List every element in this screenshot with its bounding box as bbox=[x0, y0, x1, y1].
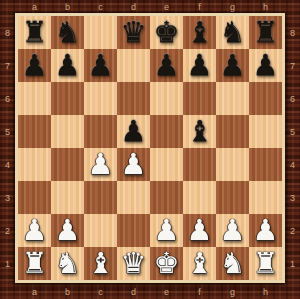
coord-rank-right-4: 4 bbox=[285, 148, 300, 181]
square-d1[interactable]: ♛ bbox=[117, 247, 150, 280]
coord-rank-right-7: 7 bbox=[285, 49, 300, 82]
rank-labels-left: 87654321 bbox=[0, 16, 15, 280]
coord-file-top-d: d bbox=[117, 0, 150, 13]
square-g6[interactable] bbox=[216, 82, 249, 115]
coord-rank-left-8: 8 bbox=[0, 16, 15, 49]
square-d3[interactable] bbox=[117, 181, 150, 214]
white-rook-h1[interactable]: ♜ bbox=[249, 247, 282, 280]
white-bishop-c1[interactable]: ♝ bbox=[84, 247, 117, 280]
chess-board: ♜♞♛♚♝♞♜♟♟♟♟♟♟♟♟♝♟♟♟♟♟♟♟♟♜♞♝♛♚♝♞♜ bbox=[18, 16, 282, 280]
square-f4[interactable] bbox=[183, 148, 216, 181]
square-e1[interactable]: ♚ bbox=[150, 247, 183, 280]
board-border: ♜♞♛♚♝♞♜♟♟♟♟♟♟♟♟♝♟♟♟♟♟♟♟♟♜♞♝♛♚♝♞♜ bbox=[15, 13, 285, 283]
black-bishop-f5[interactable]: ♝ bbox=[183, 115, 216, 148]
coord-rank-right-1: 1 bbox=[285, 247, 300, 280]
black-queen-d8[interactable]: ♛ bbox=[117, 16, 150, 49]
square-e8[interactable]: ♚ bbox=[150, 16, 183, 49]
square-c7[interactable]: ♟ bbox=[84, 49, 117, 82]
square-b6[interactable] bbox=[51, 82, 84, 115]
square-g8[interactable]: ♞ bbox=[216, 16, 249, 49]
black-pawn-c7[interactable]: ♟ bbox=[84, 49, 117, 82]
coord-file-top-f: f bbox=[183, 0, 216, 13]
square-f6[interactable] bbox=[183, 82, 216, 115]
black-knight-b8[interactable]: ♞ bbox=[51, 16, 84, 49]
square-b4[interactable] bbox=[51, 148, 84, 181]
square-a3[interactable] bbox=[18, 181, 51, 214]
rank-labels-right: 87654321 bbox=[285, 16, 300, 280]
square-g2[interactable]: ♟ bbox=[216, 214, 249, 247]
square-f1[interactable]: ♝ bbox=[183, 247, 216, 280]
square-e5[interactable] bbox=[150, 115, 183, 148]
square-d8[interactable]: ♛ bbox=[117, 16, 150, 49]
black-pawn-h7[interactable]: ♟ bbox=[249, 49, 282, 82]
white-queen-d1[interactable]: ♛ bbox=[117, 247, 150, 280]
square-e4[interactable] bbox=[150, 148, 183, 181]
square-a8[interactable]: ♜ bbox=[18, 16, 51, 49]
coord-file-bottom-f: f bbox=[183, 284, 216, 299]
white-bishop-f1[interactable]: ♝ bbox=[183, 247, 216, 280]
coord-file-bottom-b: b bbox=[51, 284, 84, 299]
black-king-e8[interactable]: ♚ bbox=[150, 16, 183, 49]
black-rook-a8[interactable]: ♜ bbox=[18, 16, 51, 49]
square-a2[interactable]: ♟ bbox=[18, 214, 51, 247]
white-knight-b1[interactable]: ♞ bbox=[51, 247, 84, 280]
white-pawn-a2[interactable]: ♟ bbox=[18, 214, 51, 247]
square-g5[interactable] bbox=[216, 115, 249, 148]
white-pawn-b2[interactable]: ♟ bbox=[51, 214, 84, 247]
square-g4[interactable] bbox=[216, 148, 249, 181]
square-c8[interactable] bbox=[84, 16, 117, 49]
coord-rank-right-3: 3 bbox=[285, 181, 300, 214]
coord-rank-left-6: 6 bbox=[0, 82, 15, 115]
square-c2[interactable] bbox=[84, 214, 117, 247]
square-h6[interactable] bbox=[249, 82, 282, 115]
square-a7[interactable]: ♟ bbox=[18, 49, 51, 82]
square-b2[interactable]: ♟ bbox=[51, 214, 84, 247]
square-f7[interactable]: ♟ bbox=[183, 49, 216, 82]
square-g1[interactable]: ♞ bbox=[216, 247, 249, 280]
square-e6[interactable] bbox=[150, 82, 183, 115]
square-c4[interactable]: ♟ bbox=[84, 148, 117, 181]
square-h7[interactable]: ♟ bbox=[249, 49, 282, 82]
square-g7[interactable]: ♟ bbox=[216, 49, 249, 82]
white-pawn-c4[interactable]: ♟ bbox=[84, 148, 117, 181]
coord-file-top-b: b bbox=[51, 0, 84, 13]
black-pawn-g7[interactable]: ♟ bbox=[216, 49, 249, 82]
file-labels-top: abcdefgh bbox=[18, 0, 282, 13]
board-frame: abcdefgh abcdefgh 87654321 87654321 ♜♞♛♚… bbox=[0, 0, 300, 299]
black-pawn-a7[interactable]: ♟ bbox=[18, 49, 51, 82]
square-d5[interactable]: ♟ bbox=[117, 115, 150, 148]
coord-file-top-g: g bbox=[216, 0, 249, 13]
square-d7[interactable] bbox=[117, 49, 150, 82]
square-c6[interactable] bbox=[84, 82, 117, 115]
square-e7[interactable]: ♟ bbox=[150, 49, 183, 82]
square-f5[interactable]: ♝ bbox=[183, 115, 216, 148]
square-f8[interactable]: ♝ bbox=[183, 16, 216, 49]
square-f3[interactable] bbox=[183, 181, 216, 214]
black-pawn-d5[interactable]: ♟ bbox=[117, 115, 150, 148]
white-pawn-f2[interactable]: ♟ bbox=[183, 214, 216, 247]
square-d4[interactable]: ♟ bbox=[117, 148, 150, 181]
coord-file-bottom-h: h bbox=[249, 284, 282, 299]
square-h8[interactable]: ♜ bbox=[249, 16, 282, 49]
square-c5[interactable] bbox=[84, 115, 117, 148]
black-pawn-e7[interactable]: ♟ bbox=[150, 49, 183, 82]
square-a6[interactable] bbox=[18, 82, 51, 115]
square-a5[interactable] bbox=[18, 115, 51, 148]
square-a4[interactable] bbox=[18, 148, 51, 181]
coord-file-bottom-a: a bbox=[18, 284, 51, 299]
coord-rank-left-1: 1 bbox=[0, 247, 15, 280]
square-h4[interactable] bbox=[249, 148, 282, 181]
square-h5[interactable] bbox=[249, 115, 282, 148]
white-knight-g1[interactable]: ♞ bbox=[216, 247, 249, 280]
black-bishop-f8[interactable]: ♝ bbox=[183, 16, 216, 49]
square-d6[interactable] bbox=[117, 82, 150, 115]
coord-rank-left-3: 3 bbox=[0, 181, 15, 214]
square-e3[interactable] bbox=[150, 181, 183, 214]
square-c3[interactable] bbox=[84, 181, 117, 214]
square-a1[interactable]: ♜ bbox=[18, 247, 51, 280]
square-c1[interactable]: ♝ bbox=[84, 247, 117, 280]
coord-file-bottom-d: d bbox=[117, 284, 150, 299]
square-g3[interactable] bbox=[216, 181, 249, 214]
square-d2[interactable] bbox=[117, 214, 150, 247]
square-b8[interactable]: ♞ bbox=[51, 16, 84, 49]
coord-rank-right-8: 8 bbox=[285, 16, 300, 49]
square-h1[interactable]: ♜ bbox=[249, 247, 282, 280]
square-b3[interactable] bbox=[51, 181, 84, 214]
coord-file-top-h: h bbox=[249, 0, 282, 13]
coord-rank-left-2: 2 bbox=[0, 214, 15, 247]
square-b7[interactable]: ♟ bbox=[51, 49, 84, 82]
coord-rank-right-5: 5 bbox=[285, 115, 300, 148]
coord-file-top-a: a bbox=[18, 0, 51, 13]
square-f2[interactable]: ♟ bbox=[183, 214, 216, 247]
coord-rank-left-5: 5 bbox=[0, 115, 15, 148]
square-h3[interactable] bbox=[249, 181, 282, 214]
square-h2[interactable]: ♟ bbox=[249, 214, 282, 247]
coord-file-top-e: e bbox=[150, 0, 183, 13]
white-pawn-d4[interactable]: ♟ bbox=[117, 148, 150, 181]
white-pawn-e2[interactable]: ♟ bbox=[150, 214, 183, 247]
black-rook-h8[interactable]: ♜ bbox=[249, 16, 282, 49]
coord-rank-right-6: 6 bbox=[285, 82, 300, 115]
coord-rank-right-2: 2 bbox=[285, 214, 300, 247]
black-knight-g8[interactable]: ♞ bbox=[216, 16, 249, 49]
black-pawn-f7[interactable]: ♟ bbox=[183, 49, 216, 82]
coord-rank-left-4: 4 bbox=[0, 148, 15, 181]
square-b1[interactable]: ♞ bbox=[51, 247, 84, 280]
black-pawn-b7[interactable]: ♟ bbox=[51, 49, 84, 82]
white-king-e1[interactable]: ♚ bbox=[150, 247, 183, 280]
coord-file-top-c: c bbox=[84, 0, 117, 13]
square-e2[interactable]: ♟ bbox=[150, 214, 183, 247]
white-pawn-g2[interactable]: ♟ bbox=[216, 214, 249, 247]
white-pawn-h2[interactable]: ♟ bbox=[249, 214, 282, 247]
coord-file-bottom-c: c bbox=[84, 284, 117, 299]
file-labels-bottom: abcdefgh bbox=[18, 284, 282, 299]
coord-file-bottom-e: e bbox=[150, 284, 183, 299]
white-rook-a1[interactable]: ♜ bbox=[18, 247, 51, 280]
square-b5[interactable] bbox=[51, 115, 84, 148]
coord-rank-left-7: 7 bbox=[0, 49, 15, 82]
coord-file-bottom-g: g bbox=[216, 284, 249, 299]
